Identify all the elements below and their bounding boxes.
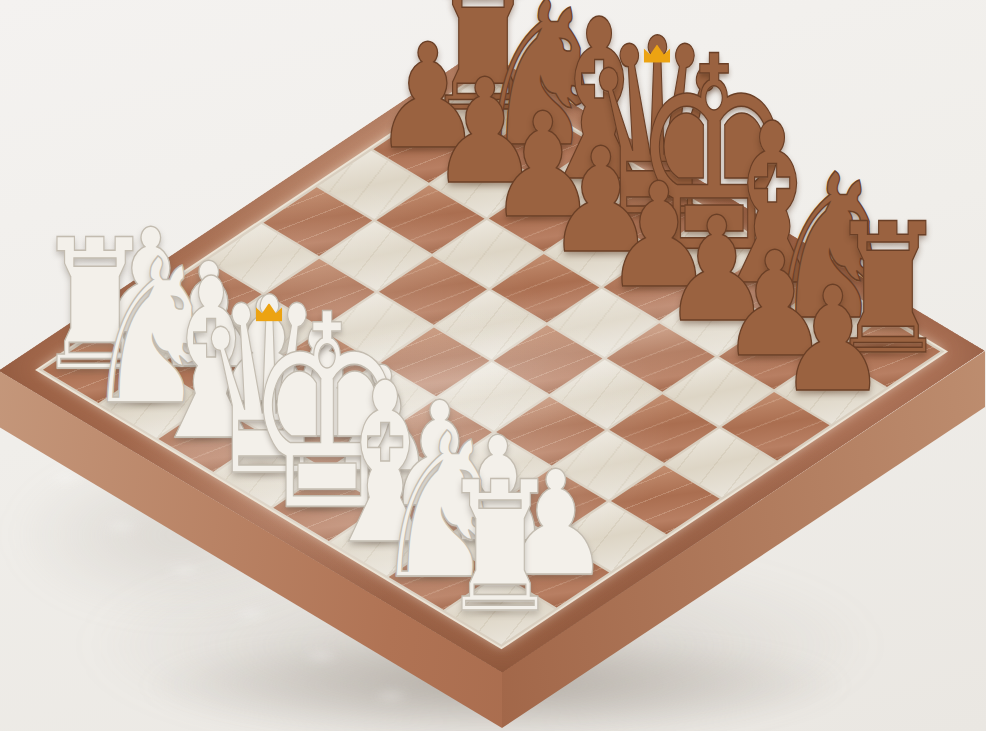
piece-black-pawn-h7[interactable]: ♟ — [777, 266, 888, 411]
scene: ♜♞♝♛♚♝♞♜♟♟♟♟♟♟♟♟♟♟♟♟♟♟♟♟♜♞♝♛♚♝♞♜ — [0, 0, 986, 731]
white-piece-floor-reflection — [225, 606, 277, 622]
white-piece-floor-reflection — [365, 688, 417, 704]
piece-white-rook-h1[interactable]: ♜ — [440, 458, 561, 638]
white-piece-floor-reflection — [95, 518, 147, 534]
white-piece-floor-reflection — [295, 648, 347, 664]
white-piece-floor-reflection — [158, 562, 210, 578]
white-piece-floor-reflection — [40, 470, 92, 486]
